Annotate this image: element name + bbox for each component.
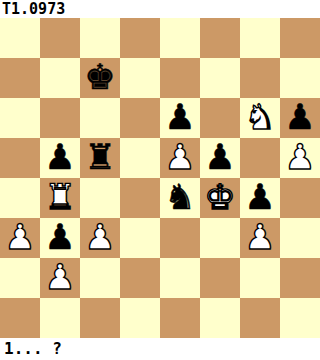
square-g2[interactable] xyxy=(240,258,280,298)
move-prompt: 1... ? xyxy=(0,338,320,360)
square-a2[interactable] xyxy=(0,258,40,298)
square-f5[interactable]: ♟ xyxy=(200,138,240,178)
square-c2[interactable] xyxy=(80,258,120,298)
piece-black-pawn: ♟ xyxy=(204,138,235,177)
square-a8[interactable] xyxy=(0,18,40,58)
piece-black-king: ♚ xyxy=(84,58,115,97)
square-f4[interactable]: ♚ xyxy=(200,178,240,218)
square-b2[interactable]: ♟ xyxy=(40,258,80,298)
square-e5[interactable]: ♟ xyxy=(160,138,200,178)
square-d2[interactable] xyxy=(120,258,160,298)
piece-white-rook: ♜ xyxy=(44,178,75,217)
square-b5[interactable]: ♟ xyxy=(40,138,80,178)
square-g5[interactable] xyxy=(240,138,280,178)
square-c7[interactable]: ♚ xyxy=(80,58,120,98)
square-a1[interactable] xyxy=(0,298,40,338)
square-d5[interactable] xyxy=(120,138,160,178)
square-c6[interactable] xyxy=(80,98,120,138)
square-e6[interactable]: ♟ xyxy=(160,98,200,138)
square-b6[interactable] xyxy=(40,98,80,138)
square-d8[interactable] xyxy=(120,18,160,58)
piece-white-pawn: ♟ xyxy=(284,138,315,177)
piece-white-pawn: ♟ xyxy=(84,218,115,257)
square-h3[interactable] xyxy=(280,218,320,258)
square-d4[interactable] xyxy=(120,178,160,218)
square-b3[interactable]: ♟ xyxy=(40,218,80,258)
square-b4[interactable]: ♜ xyxy=(40,178,80,218)
piece-black-rook: ♜ xyxy=(84,138,115,177)
piece-black-knight: ♞ xyxy=(164,178,195,217)
square-a3[interactable]: ♟ xyxy=(0,218,40,258)
square-a5[interactable] xyxy=(0,138,40,178)
piece-black-pawn: ♟ xyxy=(44,138,75,177)
puzzle-title: T1.0973 xyxy=(0,0,320,18)
square-e8[interactable] xyxy=(160,18,200,58)
square-h5[interactable]: ♟ xyxy=(280,138,320,178)
square-b7[interactable] xyxy=(40,58,80,98)
square-d6[interactable] xyxy=(120,98,160,138)
square-c8[interactable] xyxy=(80,18,120,58)
chess-puzzle-app: T1.0973 ♚♟♞♟♟♜♟♟♟♜♞♚♟♟♟♟♟♟ 1... ? xyxy=(0,0,320,360)
piece-white-pawn: ♟ xyxy=(164,138,195,177)
square-a7[interactable] xyxy=(0,58,40,98)
piece-white-knight: ♞ xyxy=(244,98,275,137)
square-e7[interactable] xyxy=(160,58,200,98)
square-d7[interactable] xyxy=(120,58,160,98)
square-a4[interactable] xyxy=(0,178,40,218)
square-c5[interactable]: ♜ xyxy=(80,138,120,178)
square-g4[interactable]: ♟ xyxy=(240,178,280,218)
square-f3[interactable] xyxy=(200,218,240,258)
square-h4[interactable] xyxy=(280,178,320,218)
square-a6[interactable] xyxy=(0,98,40,138)
square-e3[interactable] xyxy=(160,218,200,258)
square-g8[interactable] xyxy=(240,18,280,58)
square-f7[interactable] xyxy=(200,58,240,98)
piece-white-pawn: ♟ xyxy=(4,218,35,257)
square-c4[interactable] xyxy=(80,178,120,218)
square-h6[interactable]: ♟ xyxy=(280,98,320,138)
square-g6[interactable]: ♞ xyxy=(240,98,280,138)
square-d3[interactable] xyxy=(120,218,160,258)
square-e4[interactable]: ♞ xyxy=(160,178,200,218)
square-f6[interactable] xyxy=(200,98,240,138)
square-e1[interactable] xyxy=(160,298,200,338)
square-c3[interactable]: ♟ xyxy=(80,218,120,258)
square-g3[interactable]: ♟ xyxy=(240,218,280,258)
square-f1[interactable] xyxy=(200,298,240,338)
square-g1[interactable] xyxy=(240,298,280,338)
piece-black-pawn: ♟ xyxy=(244,178,275,217)
piece-black-pawn: ♟ xyxy=(44,218,75,257)
square-g7[interactable] xyxy=(240,58,280,98)
square-h1[interactable] xyxy=(280,298,320,338)
square-d1[interactable] xyxy=(120,298,160,338)
square-h7[interactable] xyxy=(280,58,320,98)
square-b8[interactable] xyxy=(40,18,80,58)
piece-black-pawn: ♟ xyxy=(164,98,195,137)
square-h8[interactable] xyxy=(280,18,320,58)
piece-white-pawn: ♟ xyxy=(44,258,75,297)
piece-white-pawn: ♟ xyxy=(244,218,275,257)
square-e2[interactable] xyxy=(160,258,200,298)
square-f2[interactable] xyxy=(200,258,240,298)
square-f8[interactable] xyxy=(200,18,240,58)
square-h2[interactable] xyxy=(280,258,320,298)
piece-black-pawn: ♟ xyxy=(284,98,315,137)
square-c1[interactable] xyxy=(80,298,120,338)
chess-board: ♚♟♞♟♟♜♟♟♟♜♞♚♟♟♟♟♟♟ xyxy=(0,18,320,338)
square-b1[interactable] xyxy=(40,298,80,338)
piece-white-king: ♚ xyxy=(204,178,235,217)
